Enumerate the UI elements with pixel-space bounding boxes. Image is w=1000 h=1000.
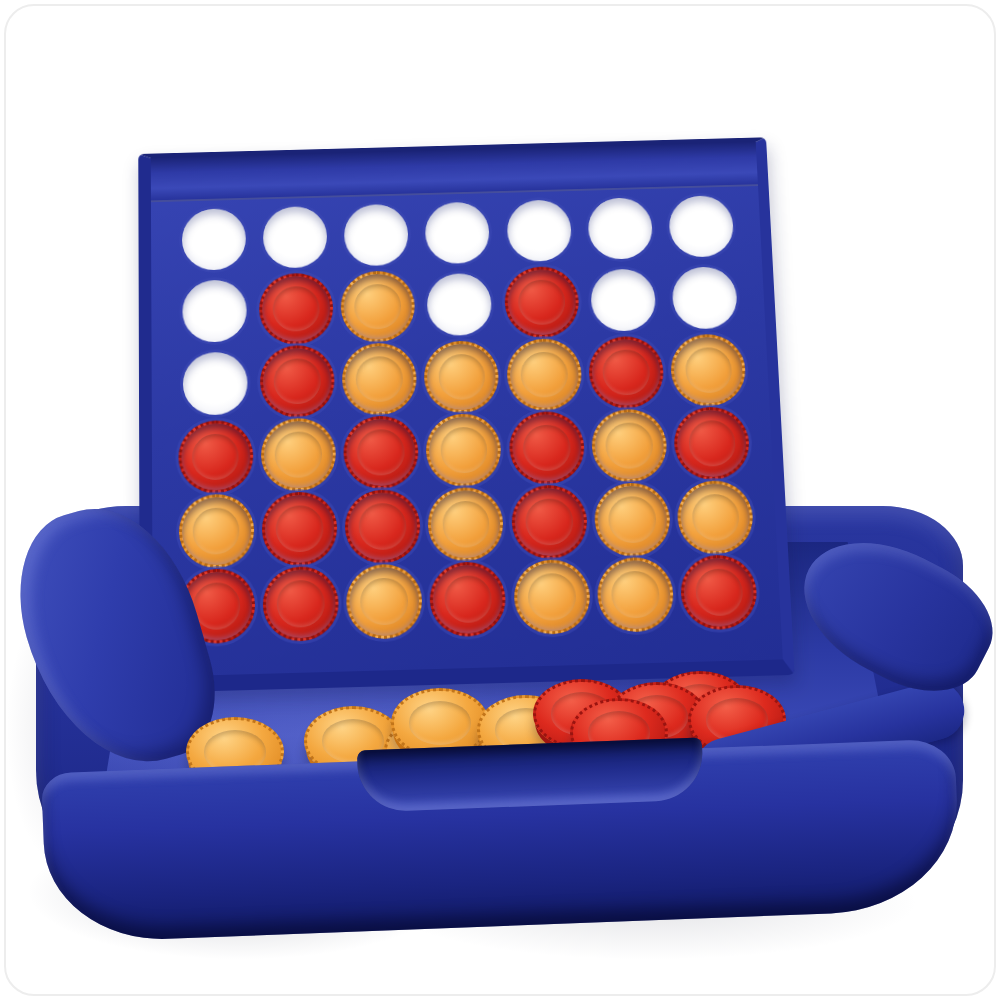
- connect-four-product-photo: [0, 0, 1000, 1000]
- tray-handle-notch: [357, 737, 704, 812]
